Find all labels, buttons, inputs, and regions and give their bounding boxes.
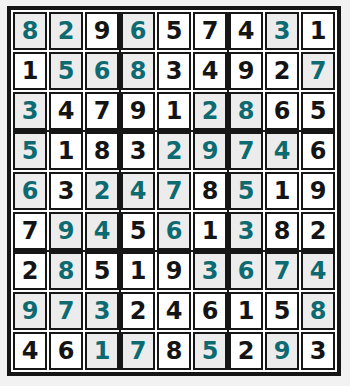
cell-r8c9[interactable]: 8 bbox=[301, 292, 335, 330]
cell-r2c1[interactable]: 1 bbox=[13, 52, 47, 90]
cell-r4c9[interactable]: 6 bbox=[301, 132, 335, 170]
cell-r9c1[interactable]: 4 bbox=[13, 332, 47, 370]
cell-r1c3[interactable]: 9 bbox=[85, 12, 119, 50]
cell-r8c3[interactable]: 3 bbox=[85, 292, 119, 330]
cell-r4c8[interactable]: 4 bbox=[265, 132, 299, 170]
cell-r8c2[interactable]: 7 bbox=[49, 292, 83, 330]
cell-r5c5[interactable]: 7 bbox=[157, 172, 191, 210]
sudoku-board: 8291563476578349124319278655186327943294… bbox=[13, 12, 335, 370]
cell-r3c2[interactable]: 4 bbox=[49, 92, 83, 130]
cell-r9c9[interactable]: 3 bbox=[301, 332, 335, 370]
cell-r1c8[interactable]: 3 bbox=[265, 12, 299, 50]
cell-r3c6[interactable]: 2 bbox=[193, 92, 227, 130]
box-1-1: 829156347 bbox=[13, 12, 119, 130]
cell-r5c7[interactable]: 5 bbox=[229, 172, 263, 210]
cell-r8c8[interactable]: 5 bbox=[265, 292, 299, 330]
cell-r4c1[interactable]: 5 bbox=[13, 132, 47, 170]
cell-r1c2[interactable]: 2 bbox=[49, 12, 83, 50]
cell-r4c4[interactable]: 3 bbox=[121, 132, 155, 170]
cell-r3c7[interactable]: 8 bbox=[229, 92, 263, 130]
box-1-3: 431927865 bbox=[229, 12, 335, 130]
cell-r2c6[interactable]: 4 bbox=[193, 52, 227, 90]
cell-r9c5[interactable]: 8 bbox=[157, 332, 191, 370]
cell-r9c4[interactable]: 7 bbox=[121, 332, 155, 370]
cell-r4c3[interactable]: 8 bbox=[85, 132, 119, 170]
cell-r2c9[interactable]: 7 bbox=[301, 52, 335, 90]
cell-r1c9[interactable]: 1 bbox=[301, 12, 335, 50]
box-1-2: 657834912 bbox=[121, 12, 227, 130]
cell-r6c4[interactable]: 5 bbox=[121, 212, 155, 250]
cell-r9c7[interactable]: 2 bbox=[229, 332, 263, 370]
cell-r2c7[interactable]: 9 bbox=[229, 52, 263, 90]
cell-r7c3[interactable]: 5 bbox=[85, 252, 119, 290]
cell-r9c8[interactable]: 9 bbox=[265, 332, 299, 370]
box-2-3: 746519382 bbox=[229, 132, 335, 250]
cell-r1c1[interactable]: 8 bbox=[13, 12, 47, 50]
cell-r6c5[interactable]: 6 bbox=[157, 212, 191, 250]
cell-r5c8[interactable]: 1 bbox=[265, 172, 299, 210]
cell-r6c3[interactable]: 4 bbox=[85, 212, 119, 250]
cell-r7c1[interactable]: 2 bbox=[13, 252, 47, 290]
cell-r1c4[interactable]: 6 bbox=[121, 12, 155, 50]
cell-r7c9[interactable]: 4 bbox=[301, 252, 335, 290]
cell-r5c2[interactable]: 3 bbox=[49, 172, 83, 210]
cell-r3c5[interactable]: 1 bbox=[157, 92, 191, 130]
cell-r8c5[interactable]: 4 bbox=[157, 292, 191, 330]
cell-r1c6[interactable]: 7 bbox=[193, 12, 227, 50]
cell-r6c8[interactable]: 8 bbox=[265, 212, 299, 250]
page: 8291563476578349124319278655186327943294… bbox=[0, 0, 350, 386]
cell-r3c4[interactable]: 9 bbox=[121, 92, 155, 130]
cell-r8c1[interactable]: 9 bbox=[13, 292, 47, 330]
cell-r2c8[interactable]: 2 bbox=[265, 52, 299, 90]
cell-r7c4[interactable]: 1 bbox=[121, 252, 155, 290]
cell-r2c5[interactable]: 3 bbox=[157, 52, 191, 90]
cell-r6c9[interactable]: 2 bbox=[301, 212, 335, 250]
cell-r5c1[interactable]: 6 bbox=[13, 172, 47, 210]
cell-r6c2[interactable]: 9 bbox=[49, 212, 83, 250]
cell-r4c5[interactable]: 2 bbox=[157, 132, 191, 170]
cell-r5c9[interactable]: 9 bbox=[301, 172, 335, 210]
cell-r7c2[interactable]: 8 bbox=[49, 252, 83, 290]
cell-r7c6[interactable]: 3 bbox=[193, 252, 227, 290]
cell-r3c1[interactable]: 3 bbox=[13, 92, 47, 130]
cell-r2c4[interactable]: 8 bbox=[121, 52, 155, 90]
sudoku-frame: 8291563476578349124319278655186327943294… bbox=[7, 6, 341, 376]
cell-r4c6[interactable]: 9 bbox=[193, 132, 227, 170]
cell-r6c7[interactable]: 3 bbox=[229, 212, 263, 250]
cell-r8c7[interactable]: 1 bbox=[229, 292, 263, 330]
cell-r1c5[interactable]: 5 bbox=[157, 12, 191, 50]
box-3-2: 193246785 bbox=[121, 252, 227, 370]
cell-r7c7[interactable]: 6 bbox=[229, 252, 263, 290]
cell-r7c8[interactable]: 7 bbox=[265, 252, 299, 290]
box-2-1: 518632794 bbox=[13, 132, 119, 250]
cell-r8c6[interactable]: 6 bbox=[193, 292, 227, 330]
cell-r2c3[interactable]: 6 bbox=[85, 52, 119, 90]
box-3-1: 285973461 bbox=[13, 252, 119, 370]
cell-r8c4[interactable]: 2 bbox=[121, 292, 155, 330]
cell-r9c6[interactable]: 5 bbox=[193, 332, 227, 370]
cell-r3c3[interactable]: 7 bbox=[85, 92, 119, 130]
cell-r1c7[interactable]: 4 bbox=[229, 12, 263, 50]
cell-r3c8[interactable]: 6 bbox=[265, 92, 299, 130]
cell-r6c1[interactable]: 7 bbox=[13, 212, 47, 250]
box-3-3: 674158293 bbox=[229, 252, 335, 370]
cell-r7c5[interactable]: 9 bbox=[157, 252, 191, 290]
cell-r9c3[interactable]: 1 bbox=[85, 332, 119, 370]
box-2-2: 329478561 bbox=[121, 132, 227, 250]
cell-r6c6[interactable]: 1 bbox=[193, 212, 227, 250]
cell-r4c7[interactable]: 7 bbox=[229, 132, 263, 170]
cell-r5c6[interactable]: 8 bbox=[193, 172, 227, 210]
cell-r4c2[interactable]: 1 bbox=[49, 132, 83, 170]
cell-r3c9[interactable]: 5 bbox=[301, 92, 335, 130]
cell-r5c4[interactable]: 4 bbox=[121, 172, 155, 210]
cell-r9c2[interactable]: 6 bbox=[49, 332, 83, 370]
cell-r2c2[interactable]: 5 bbox=[49, 52, 83, 90]
cell-r5c3[interactable]: 2 bbox=[85, 172, 119, 210]
